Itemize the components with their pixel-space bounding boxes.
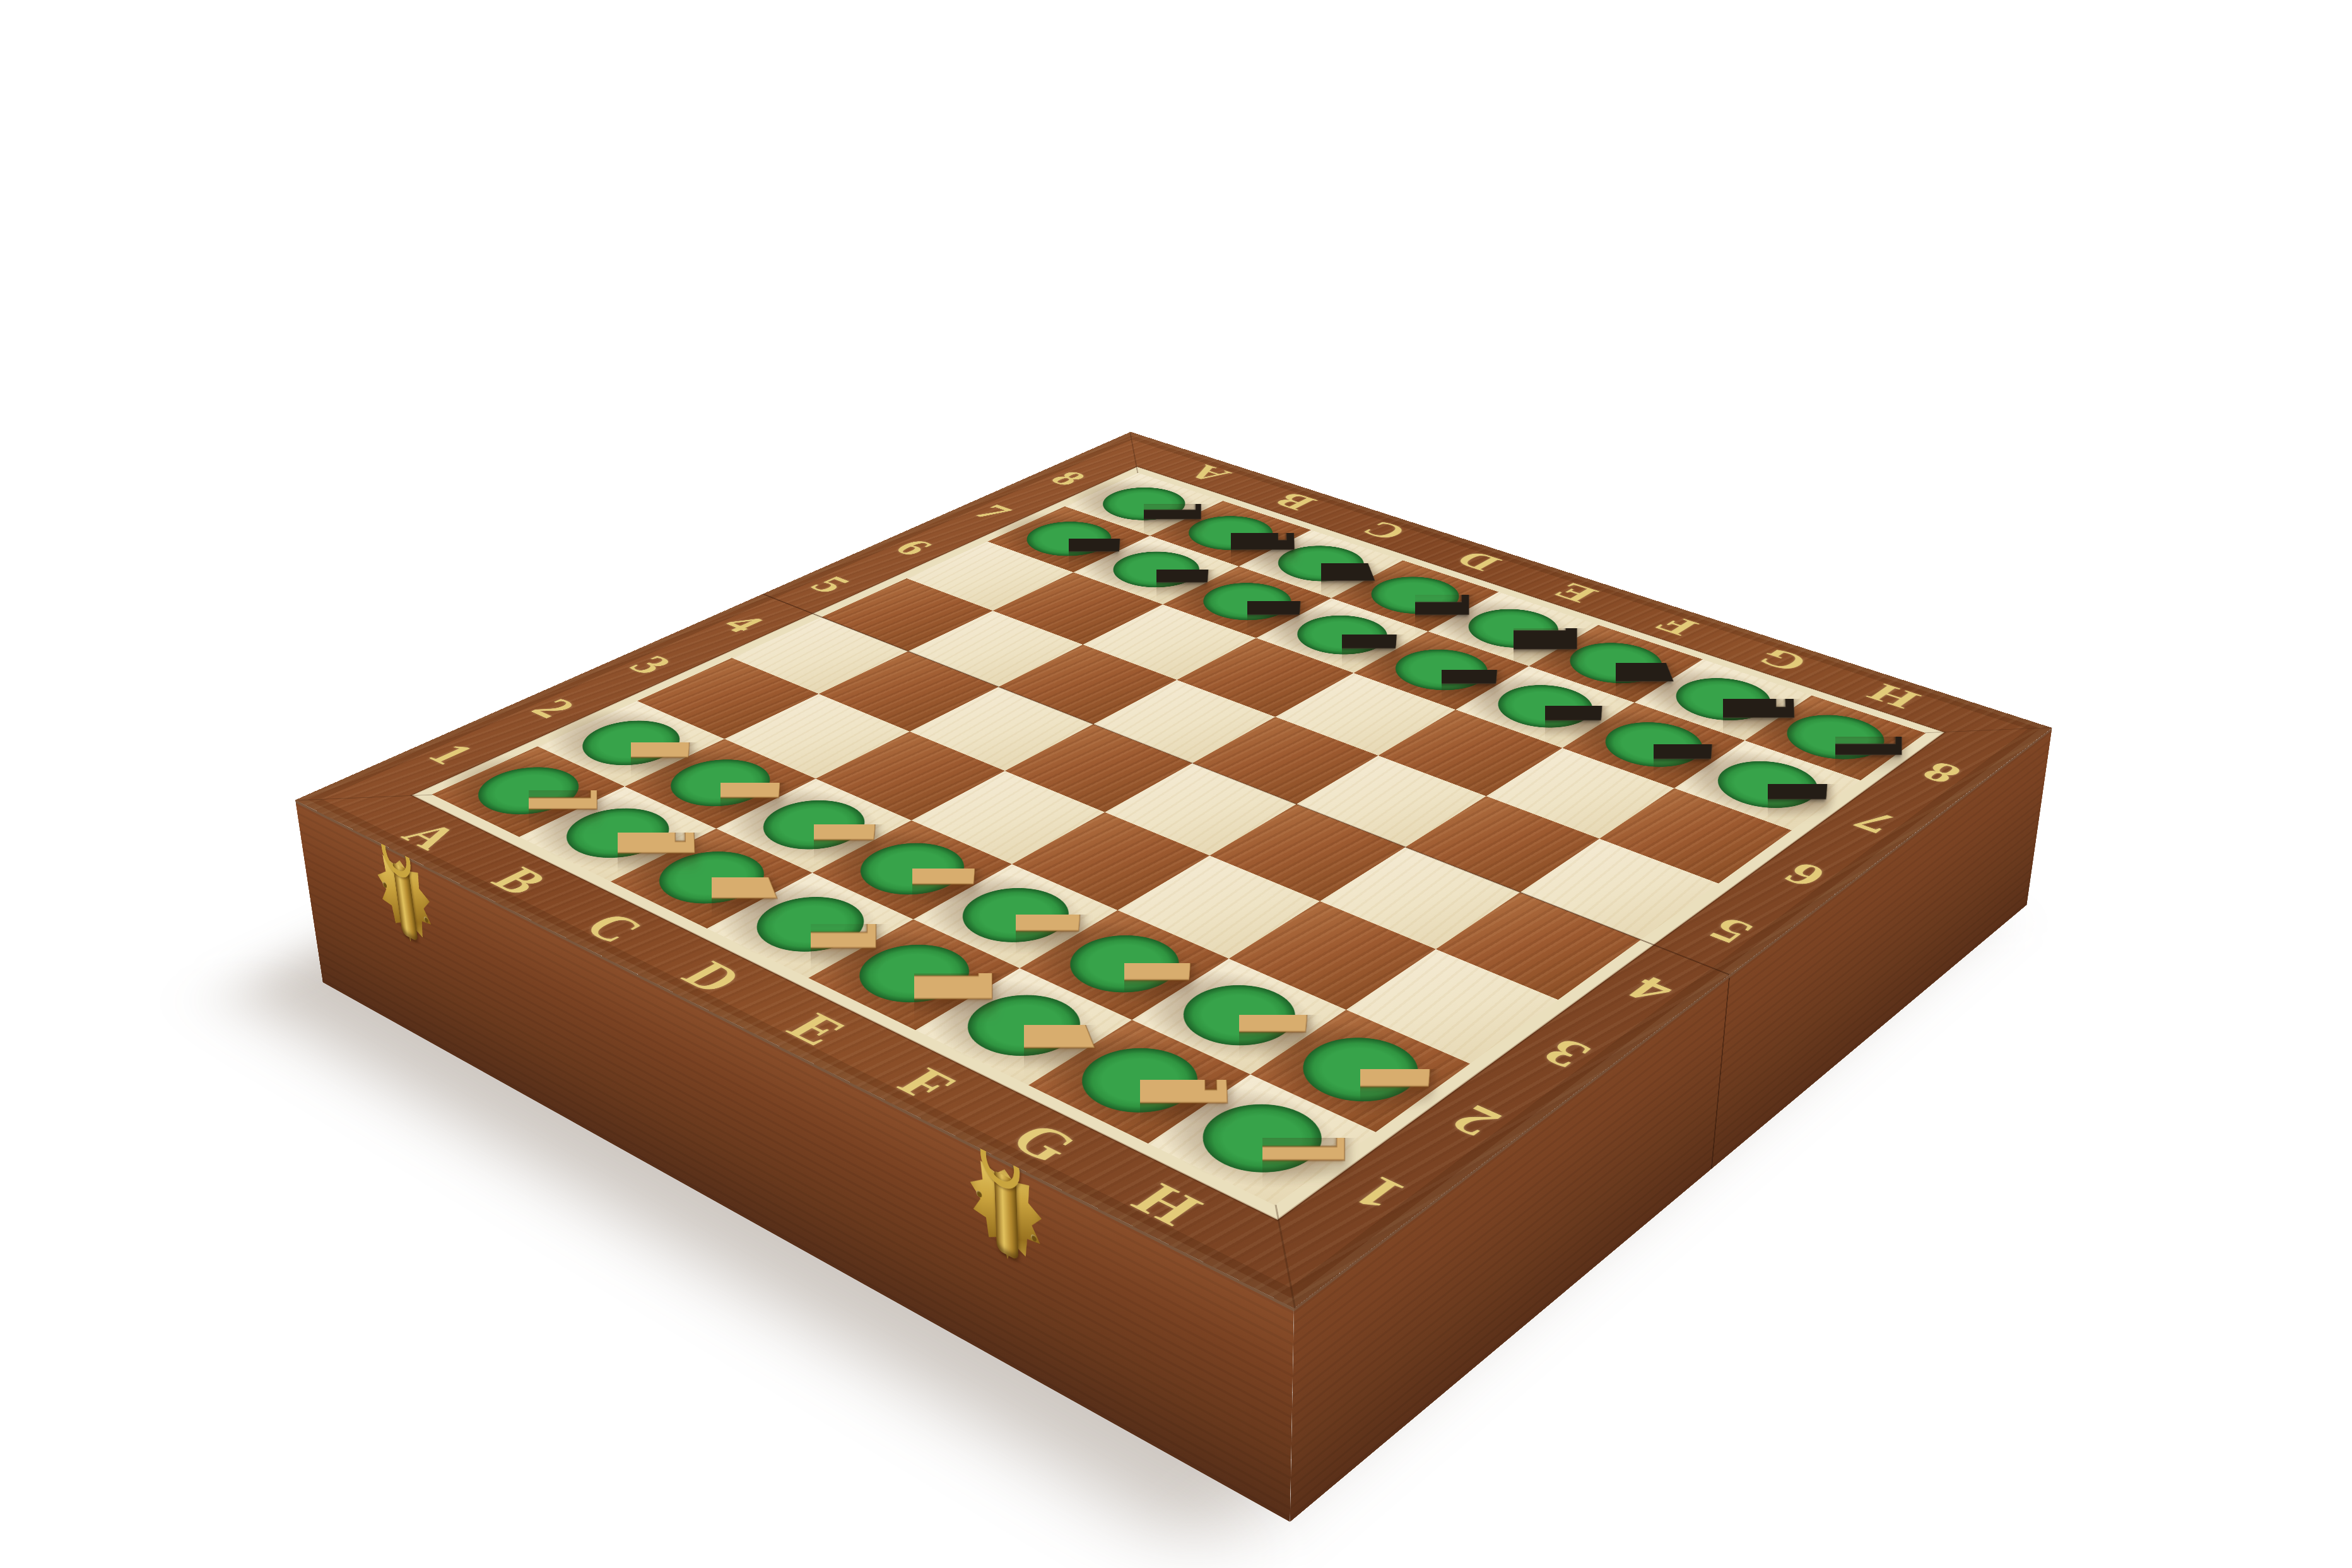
latch-screw <box>423 916 428 924</box>
fold-seam-side <box>1711 977 1730 1169</box>
product-photo-scene: 88AA77BB66CC55DD44EE33FF22GG11HH ♜♞♝♛♚♝♞… <box>0 0 2352 1568</box>
black-pawn-glyph: ♟ <box>1678 481 1857 881</box>
chess-board: 88AA77BB66CC55DD44EE33FF22GG11HH ♜♞♝♛♚♝♞… <box>295 432 2052 1308</box>
white-rook-glyph: ♜ <box>1131 691 1394 1279</box>
